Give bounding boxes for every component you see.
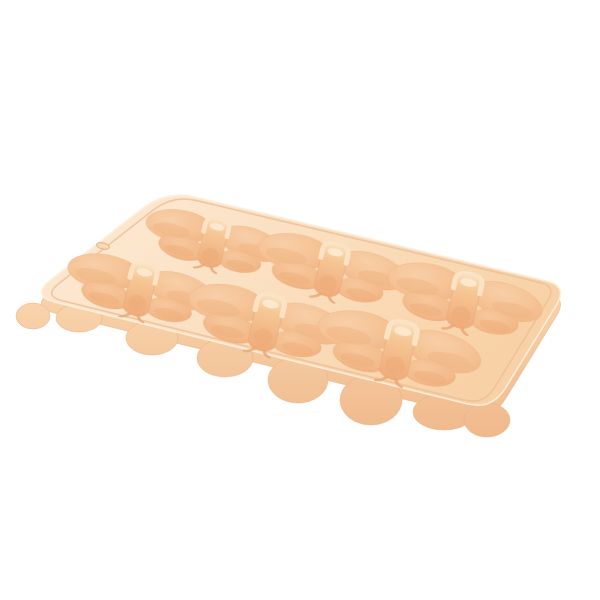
cavity-underside-bump	[16, 303, 50, 329]
product-photo	[0, 0, 600, 600]
tray-illustration	[0, 0, 600, 600]
cavity-underside-bump	[464, 403, 510, 437]
